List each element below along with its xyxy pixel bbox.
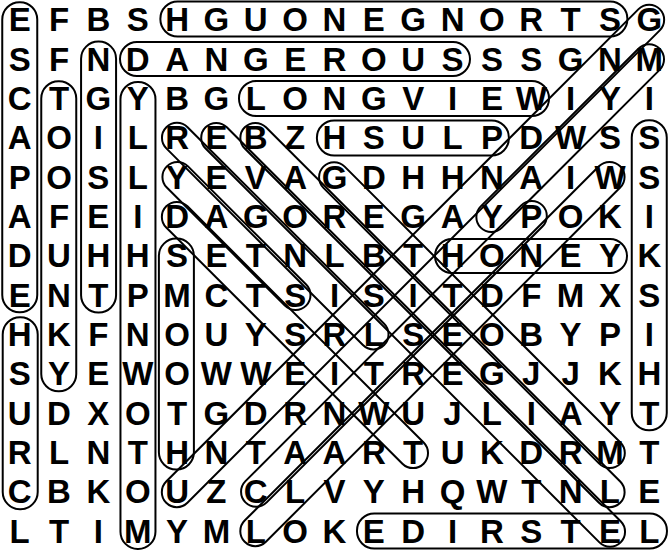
found-word-oval [233,194,554,515]
found-word-oval [154,115,396,357]
found-word-oval [154,194,435,475]
solution-ovals [0,0,669,551]
found-word-oval [434,238,628,275]
found-word-oval [233,115,632,514]
found-word-oval [356,513,668,550]
found-word-oval [316,120,510,157]
found-word-oval [238,80,550,117]
found-word-oval [80,41,117,314]
found-word-oval [631,120,668,432]
found-word-oval [233,154,632,551]
found-word-oval [1,1,38,313]
found-word-oval [154,0,669,515]
found-word-oval [154,154,317,317]
found-word-oval [119,41,470,78]
found-word-oval [41,80,78,392]
found-word-oval [159,238,196,471]
found-word-oval [469,36,669,239]
found-word-oval [159,1,628,38]
found-word-oval [1,316,38,510]
found-word-oval [119,80,156,549]
found-word-oval [194,115,633,551]
found-word-oval [312,154,633,475]
word-search-board: EFBSHGUONEGNORTSGSFNDANGEROUSSSGNMCTGYBG… [0,0,669,551]
